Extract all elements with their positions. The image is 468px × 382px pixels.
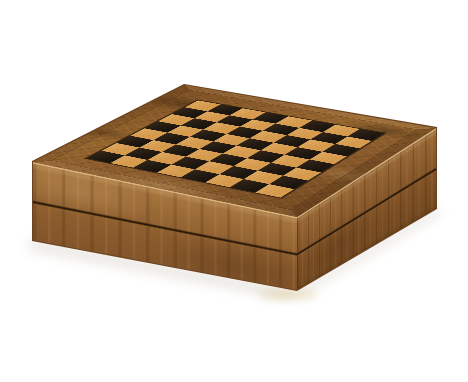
photo-scene bbox=[0, 0, 468, 382]
cast-shadow-front-corner bbox=[258, 290, 318, 299]
